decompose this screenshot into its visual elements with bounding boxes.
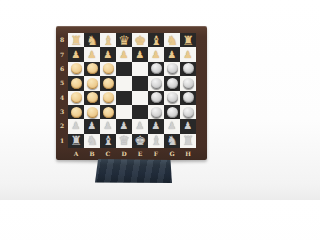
silver-bishop: ♝ [102, 134, 114, 147]
file-label-a: A [68, 148, 84, 160]
rank-label-7: 7 [56, 47, 68, 61]
silver-checker-disc [183, 107, 194, 118]
square-c3[interactable] [100, 105, 116, 119]
rank-label-5: 5 [56, 76, 68, 90]
square-d5[interactable] [116, 76, 132, 90]
square-g5[interactable] [164, 76, 180, 90]
gold-checker-disc [71, 92, 82, 103]
square-b3[interactable] [84, 105, 100, 119]
square-f5[interactable] [148, 76, 164, 90]
square-h6[interactable] [180, 62, 196, 76]
gold-pawn: ♟ [88, 49, 97, 59]
square-a7[interactable]: ♟ [68, 47, 84, 61]
rank-label-3: 3 [56, 105, 68, 119]
square-b8[interactable]: ♞ [84, 33, 100, 47]
square-c5[interactable] [100, 76, 116, 90]
file-label-g: G [164, 148, 180, 160]
file-label-f: F [148, 148, 164, 160]
gold-checker-disc [87, 92, 98, 103]
gold-pawn: ♟ [120, 49, 129, 59]
silver-pawn: ♟ [88, 121, 97, 131]
square-d8[interactable]: ♛ [116, 33, 132, 47]
rank-label-6: 6 [56, 62, 68, 76]
file-labels: ABCDEFGH [68, 148, 196, 160]
square-g7[interactable]: ♟ [164, 47, 180, 61]
square-a2[interactable]: ♟ [68, 119, 84, 133]
square-a6[interactable] [68, 62, 84, 76]
file-label-d: D [116, 148, 132, 160]
square-e6[interactable] [132, 62, 148, 76]
rank-label-8: 8 [56, 33, 68, 47]
silver-checker-disc [167, 92, 178, 103]
file-label-c: C [100, 148, 116, 160]
square-b7[interactable]: ♟ [84, 47, 100, 61]
silver-checker-disc [151, 63, 162, 74]
square-c1[interactable]: ♝ [100, 134, 116, 148]
silver-checker-disc [151, 107, 162, 118]
square-h3[interactable] [180, 105, 196, 119]
square-a8[interactable]: ♜ [68, 33, 84, 47]
square-e7[interactable]: ♟ [132, 47, 148, 61]
silver-queen: ♛ [118, 134, 130, 147]
silver-knight: ♞ [166, 134, 178, 147]
gold-checker-disc [103, 92, 114, 103]
storage-bag [95, 159, 172, 183]
product-photo: 87654321 ♜♞♝♛♚♝♞♜♟♟♟♟♟♟♟♟♟♟♟♟♟♟♟♟♜♞♝♛♚♝♞… [0, 0, 267, 200]
gold-checker-disc [103, 78, 114, 89]
square-b4[interactable] [84, 91, 100, 105]
square-e3[interactable] [132, 105, 148, 119]
silver-pawn: ♟ [120, 121, 129, 131]
silver-rook: ♜ [182, 134, 194, 147]
square-b5[interactable] [84, 76, 100, 90]
square-d1[interactable]: ♛ [116, 134, 132, 148]
gold-rook: ♜ [70, 33, 82, 46]
square-c6[interactable] [100, 62, 116, 76]
square-c7[interactable]: ♟ [100, 47, 116, 61]
silver-bishop: ♝ [150, 134, 162, 147]
gold-bishop: ♝ [150, 33, 162, 46]
silver-checker-disc [151, 78, 162, 89]
square-a1[interactable]: ♜ [68, 134, 84, 148]
square-f4[interactable] [148, 91, 164, 105]
silver-pawn: ♟ [184, 121, 193, 131]
rank-label-4: 4 [56, 91, 68, 105]
square-c2[interactable]: ♟ [100, 119, 116, 133]
square-f7[interactable]: ♟ [148, 47, 164, 61]
file-label-e: E [132, 148, 148, 160]
gold-king: ♚ [134, 33, 146, 46]
square-g4[interactable] [164, 91, 180, 105]
gold-checker-disc [87, 63, 98, 74]
gold-checker-disc [71, 107, 82, 118]
gold-checker-disc [71, 63, 82, 74]
silver-rook: ♜ [70, 134, 82, 147]
gold-pawn: ♟ [168, 49, 177, 59]
square-c4[interactable] [100, 91, 116, 105]
square-g6[interactable] [164, 62, 180, 76]
rank-label-2: 2 [56, 119, 68, 133]
gold-checker-disc [87, 78, 98, 89]
silver-checker-disc [183, 78, 194, 89]
square-b2[interactable]: ♟ [84, 119, 100, 133]
gold-bishop: ♝ [102, 33, 114, 46]
silver-pawn: ♟ [72, 121, 81, 131]
gold-checker-disc [87, 107, 98, 118]
silver-checker-disc [167, 78, 178, 89]
square-h5[interactable] [180, 76, 196, 90]
square-a3[interactable] [68, 105, 84, 119]
silver-pawn: ♟ [168, 121, 177, 131]
gold-pawn: ♟ [136, 49, 145, 59]
square-f8[interactable]: ♝ [148, 33, 164, 47]
gold-checker-disc [103, 107, 114, 118]
chess-checkers-board: 87654321 ♜♞♝♛♚♝♞♜♟♟♟♟♟♟♟♟♟♟♟♟♟♟♟♟♜♞♝♛♚♝♞… [56, 26, 207, 160]
square-f3[interactable] [148, 105, 164, 119]
gold-checker-disc [103, 63, 114, 74]
square-b1[interactable]: ♞ [84, 134, 100, 148]
square-h1[interactable]: ♜ [180, 134, 196, 148]
square-d4[interactable] [116, 91, 132, 105]
silver-checker-disc [151, 92, 162, 103]
square-g1[interactable]: ♞ [164, 134, 180, 148]
silver-knight: ♞ [86, 134, 98, 147]
square-e1[interactable]: ♚ [132, 134, 148, 148]
silver-king: ♚ [134, 134, 146, 147]
square-a4[interactable] [68, 91, 84, 105]
square-d7[interactable]: ♟ [116, 47, 132, 61]
gold-pawn: ♟ [184, 49, 193, 59]
square-e8[interactable]: ♚ [132, 33, 148, 47]
silver-pawn: ♟ [136, 121, 145, 131]
gold-rook: ♜ [182, 33, 194, 46]
square-f6[interactable] [148, 62, 164, 76]
square-b6[interactable] [84, 62, 100, 76]
rank-label-1: 1 [56, 134, 68, 148]
silver-pawn: ♟ [104, 121, 113, 131]
square-g8[interactable]: ♞ [164, 33, 180, 47]
silver-checker-disc [167, 107, 178, 118]
silver-checker-disc [167, 63, 178, 74]
square-h7[interactable]: ♟ [180, 47, 196, 61]
gold-pawn: ♟ [152, 49, 161, 59]
file-label-b: B [84, 148, 100, 160]
board-grid: ♜♞♝♛♚♝♞♜♟♟♟♟♟♟♟♟♟♟♟♟♟♟♟♟♜♞♝♛♚♝♞♜ [68, 33, 196, 148]
gold-pawn: ♟ [104, 49, 113, 59]
gold-queen: ♛ [118, 33, 130, 46]
file-label-h: H [180, 148, 196, 160]
square-a5[interactable] [68, 76, 84, 90]
gold-knight: ♞ [166, 33, 178, 46]
square-e2[interactable]: ♟ [132, 119, 148, 133]
square-h4[interactable] [180, 91, 196, 105]
silver-pawn: ♟ [152, 121, 161, 131]
gold-knight: ♞ [86, 33, 98, 46]
square-f1[interactable]: ♝ [148, 134, 164, 148]
square-g2[interactable]: ♟ [164, 119, 180, 133]
silver-checker-disc [183, 92, 194, 103]
gold-pawn: ♟ [72, 49, 81, 59]
square-d3[interactable] [116, 105, 132, 119]
square-d2[interactable]: ♟ [116, 119, 132, 133]
square-g3[interactable] [164, 105, 180, 119]
rank-labels: 87654321 [56, 33, 68, 148]
square-f2[interactable]: ♟ [148, 119, 164, 133]
square-h2[interactable]: ♟ [180, 119, 196, 133]
square-h8[interactable]: ♜ [180, 33, 196, 47]
square-e5[interactable] [132, 76, 148, 90]
gold-checker-disc [71, 78, 82, 89]
silver-checker-disc [183, 63, 194, 74]
square-c8[interactable]: ♝ [100, 33, 116, 47]
square-d6[interactable] [116, 62, 132, 76]
square-e4[interactable] [132, 91, 148, 105]
